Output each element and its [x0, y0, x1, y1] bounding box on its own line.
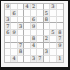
- sudoku-board: 9423653687396958827749834371: [4, 3, 64, 63]
- screenshot-frame: 9423653687396958827749834371: [0, 0, 70, 70]
- cell-r9c9[interactable]: 1: [57, 56, 63, 62]
